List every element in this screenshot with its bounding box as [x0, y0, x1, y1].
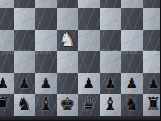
square-h8[interactable]: ♜: [0, 94, 14, 116]
square-e5[interactable]: ♞: [57, 30, 79, 52]
square-h5[interactable]: [0, 30, 14, 52]
black-pawn-d7: ♟: [82, 76, 95, 90]
black-king-e8: ♚: [59, 95, 75, 113]
square-a8[interactable]: ♜: [143, 94, 161, 116]
square-f3[interactable]: [35, 0, 57, 8]
square-a4[interactable]: [143, 8, 161, 30]
square-g5[interactable]: [14, 30, 36, 52]
board-front-edge: [0, 116, 160, 121]
chess-board: ♞♟♟♟♟♟♟♟♜♞♝♚♛♝♞♜: [0, 0, 160, 116]
square-e4[interactable]: [57, 8, 79, 30]
black-queen-d8: ♛: [81, 95, 97, 113]
square-b8[interactable]: ♞: [121, 94, 143, 116]
square-b6[interactable]: [121, 51, 143, 73]
black-rook-h8: ♜: [0, 95, 11, 113]
square-h4[interactable]: [0, 8, 14, 30]
square-d3[interactable]: [78, 0, 100, 8]
square-e3[interactable]: [57, 0, 79, 8]
square-f4[interactable]: [35, 8, 57, 30]
square-b4[interactable]: [121, 8, 143, 30]
square-d5[interactable]: [78, 30, 100, 52]
square-b5[interactable]: [121, 30, 143, 52]
square-e6[interactable]: [57, 51, 79, 73]
black-knight-b8: ♞: [124, 95, 140, 113]
black-pawn-a7: ♟: [147, 76, 160, 90]
square-d6[interactable]: [78, 51, 100, 73]
black-pawn-b7: ♟: [125, 76, 138, 90]
square-f6[interactable]: [35, 51, 57, 73]
square-f8[interactable]: ♝: [35, 94, 57, 116]
square-c7[interactable]: ♟: [100, 73, 122, 95]
square-h3[interactable]: [0, 0, 14, 8]
square-d8[interactable]: ♛: [78, 94, 100, 116]
square-a6[interactable]: [143, 51, 161, 73]
square-f5[interactable]: [35, 30, 57, 52]
square-f7[interactable]: ♟: [35, 73, 57, 95]
square-c5[interactable]: [100, 30, 122, 52]
square-a3[interactable]: [143, 0, 161, 8]
square-d4[interactable]: [78, 8, 100, 30]
square-c6[interactable]: [100, 51, 122, 73]
black-bishop-f8: ♝: [38, 95, 54, 113]
square-g4[interactable]: [14, 8, 36, 30]
black-pawn-g7: ♟: [18, 76, 31, 90]
black-pawn-f7: ♟: [39, 76, 52, 90]
square-b3[interactable]: [121, 0, 143, 8]
square-g6[interactable]: [14, 51, 36, 73]
black-bishop-c8: ♝: [102, 95, 118, 113]
square-e8[interactable]: ♚: [57, 94, 79, 116]
white-knight-e5: ♞: [59, 30, 76, 49]
square-h7[interactable]: ♟: [0, 73, 14, 95]
square-b7[interactable]: ♟: [121, 73, 143, 95]
square-c4[interactable]: [100, 8, 122, 30]
square-g8[interactable]: ♞: [14, 94, 36, 116]
square-d7[interactable]: ♟: [78, 73, 100, 95]
square-c8[interactable]: ♝: [100, 94, 122, 116]
black-pawn-c7: ♟: [104, 76, 117, 90]
black-knight-g8: ♞: [16, 95, 32, 113]
black-pawn-h7: ♟: [0, 76, 9, 90]
square-a5[interactable]: [143, 30, 161, 52]
chess-board-screenshot: ♞♟♟♟♟♟♟♟♜♞♝♚♛♝♞♜ Jeuxclic.com Game368.co…: [0, 0, 160, 120]
square-g3[interactable]: [14, 0, 36, 8]
square-e7[interactable]: [57, 73, 79, 95]
square-a7[interactable]: ♟: [143, 73, 161, 95]
square-c3[interactable]: [100, 0, 122, 8]
square-g7[interactable]: ♟: [14, 73, 36, 95]
black-rook-a8: ♜: [145, 95, 160, 113]
square-h6[interactable]: [0, 51, 14, 73]
